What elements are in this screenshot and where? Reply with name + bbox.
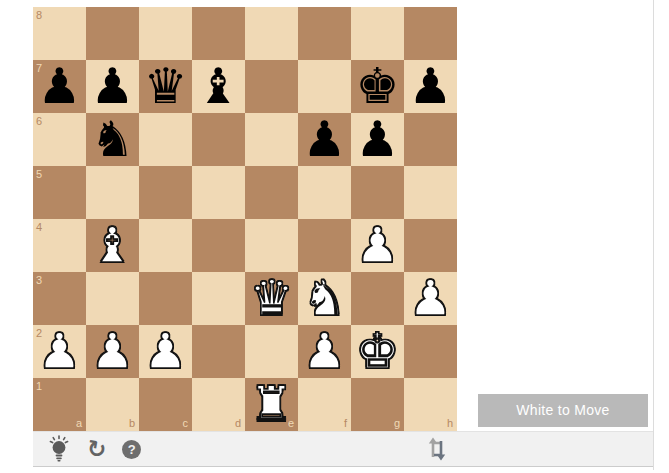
square-g1[interactable]: g [351, 378, 404, 431]
square-h5[interactable] [404, 166, 457, 219]
hint-button[interactable] [47, 434, 71, 464]
rank-label-3: 3 [36, 275, 42, 286]
square-f8[interactable] [298, 7, 351, 60]
square-g6[interactable]: ♟ [351, 113, 404, 166]
square-e1[interactable]: e♜ [245, 378, 298, 431]
square-d2[interactable] [192, 325, 245, 378]
square-c1[interactable]: c [139, 378, 192, 431]
white-knight-f3[interactable]: ♞ [298, 272, 351, 325]
white-pawn-b2[interactable]: ♟ [86, 325, 139, 378]
white-pawn-a2[interactable]: ♟ [33, 325, 86, 378]
reset-icon: ↻ [85, 436, 108, 463]
square-g5[interactable] [351, 166, 404, 219]
file-label-d: d [235, 418, 241, 429]
square-a2[interactable]: 2♟ [33, 325, 86, 378]
flip-arrows-icon [425, 436, 449, 462]
rank-label-8: 8 [36, 10, 42, 21]
square-g2[interactable]: ♚ [351, 325, 404, 378]
black-bishop-d7[interactable]: ♝ [192, 60, 245, 113]
square-g3[interactable] [351, 272, 404, 325]
rank-label-1: 1 [36, 381, 42, 392]
square-f7[interactable] [298, 60, 351, 113]
square-c5[interactable] [139, 166, 192, 219]
status-banner: White to Move [478, 394, 648, 427]
black-king-g7[interactable]: ♚ [351, 60, 404, 113]
square-h6[interactable] [404, 113, 457, 166]
square-e8[interactable] [245, 7, 298, 60]
file-label-h: h [447, 418, 453, 429]
square-d8[interactable] [192, 7, 245, 60]
white-pawn-f2[interactable]: ♟ [298, 325, 351, 378]
square-b8[interactable] [86, 7, 139, 60]
square-e5[interactable] [245, 166, 298, 219]
file-label-a: a [76, 418, 82, 429]
white-bishop-b4[interactable]: ♝ [86, 219, 139, 272]
help-icon: ? [122, 440, 141, 459]
square-e7[interactable] [245, 60, 298, 113]
white-pawn-g4[interactable]: ♟ [351, 219, 404, 272]
black-pawn-h7[interactable]: ♟ [404, 60, 457, 113]
file-label-b: b [129, 418, 135, 429]
square-g7[interactable]: ♚ [351, 60, 404, 113]
square-a4[interactable]: 4 [33, 219, 86, 272]
square-e6[interactable] [245, 113, 298, 166]
toolbar: ↻ ? [33, 431, 653, 467]
file-label-c: c [183, 418, 189, 429]
square-c8[interactable] [139, 7, 192, 60]
square-f4[interactable] [298, 219, 351, 272]
square-d6[interactable] [192, 113, 245, 166]
square-e4[interactable] [245, 219, 298, 272]
black-pawn-b7[interactable]: ♟ [86, 60, 139, 113]
black-knight-b6[interactable]: ♞ [86, 113, 139, 166]
square-c6[interactable] [139, 113, 192, 166]
square-b1[interactable]: b [86, 378, 139, 431]
square-c3[interactable] [139, 272, 192, 325]
rank-label-5: 5 [36, 169, 42, 180]
white-pawn-h3[interactable]: ♟ [404, 272, 457, 325]
black-pawn-f6[interactable]: ♟ [298, 113, 351, 166]
square-b6[interactable]: ♞ [86, 113, 139, 166]
square-h1[interactable]: h [404, 378, 457, 431]
square-h7[interactable]: ♟ [404, 60, 457, 113]
square-d4[interactable] [192, 219, 245, 272]
square-e3[interactable]: ♛ [245, 272, 298, 325]
help-button[interactable]: ? [122, 434, 141, 464]
square-d1[interactable]: d [192, 378, 245, 431]
square-f2[interactable]: ♟ [298, 325, 351, 378]
square-a8[interactable]: 8 [33, 7, 86, 60]
square-a1[interactable]: 1a [33, 378, 86, 431]
square-f1[interactable]: f [298, 378, 351, 431]
square-d7[interactable]: ♝ [192, 60, 245, 113]
square-a3[interactable]: 3 [33, 272, 86, 325]
square-b4[interactable]: ♝ [86, 219, 139, 272]
square-b3[interactable] [86, 272, 139, 325]
square-h2[interactable] [404, 325, 457, 378]
square-f6[interactable]: ♟ [298, 113, 351, 166]
square-c2[interactable]: ♟ [139, 325, 192, 378]
white-rook-e1[interactable]: ♜ [245, 378, 298, 431]
square-a6[interactable]: 6 [33, 113, 86, 166]
flip-board-button[interactable] [425, 434, 449, 464]
white-king-g2[interactable]: ♚ [351, 325, 404, 378]
square-f3[interactable]: ♞ [298, 272, 351, 325]
rank-label-6: 6 [36, 116, 42, 127]
white-queen-e3[interactable]: ♛ [245, 272, 298, 325]
square-g4[interactable]: ♟ [351, 219, 404, 272]
square-h4[interactable] [404, 219, 457, 272]
square-e2[interactable] [245, 325, 298, 378]
square-h3[interactable]: ♟ [404, 272, 457, 325]
chess-puzzle-page: 87♟♟♛♝♚♟6♞♟♟54♝♟3♛♞♟2♟♟♟♟♚1abcde♜fgh Whi… [0, 0, 669, 473]
square-c7[interactable]: ♛ [139, 60, 192, 113]
square-f5[interactable] [298, 166, 351, 219]
file-label-g: g [394, 418, 400, 429]
black-pawn-g6[interactable]: ♟ [351, 113, 404, 166]
black-queen-c7[interactable]: ♛ [139, 60, 192, 113]
square-d5[interactable] [192, 166, 245, 219]
chess-board: 87♟♟♛♝♚♟6♞♟♟54♝♟3♛♞♟2♟♟♟♟♚1abcde♜fgh [33, 7, 457, 431]
square-a5[interactable]: 5 [33, 166, 86, 219]
square-c4[interactable] [139, 219, 192, 272]
square-b7[interactable]: ♟ [86, 60, 139, 113]
square-g8[interactable] [351, 7, 404, 60]
square-h8[interactable] [404, 7, 457, 60]
lightbulb-icon [47, 435, 71, 463]
square-b2[interactable]: ♟ [86, 325, 139, 378]
rank-label-4: 4 [36, 222, 42, 233]
square-a7[interactable]: 7♟ [33, 60, 86, 113]
white-pawn-c2[interactable]: ♟ [139, 325, 192, 378]
square-d3[interactable] [192, 272, 245, 325]
square-b5[interactable] [86, 166, 139, 219]
panel-right-border [653, 0, 654, 470]
reset-button[interactable]: ↻ [87, 434, 106, 464]
file-label-f: f [344, 418, 347, 429]
black-pawn-a7[interactable]: ♟ [33, 60, 86, 113]
